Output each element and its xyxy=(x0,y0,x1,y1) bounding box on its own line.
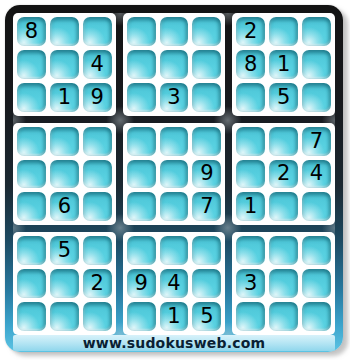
sudoku-cell-r5c4[interactable] xyxy=(127,160,156,189)
sudoku-cell-r3c2[interactable]: 1 xyxy=(50,83,79,112)
sudoku-cell-r8c5[interactable]: 4 xyxy=(160,269,189,298)
sudoku-cell-r1c9[interactable] xyxy=(302,17,331,46)
sudoku-cell-r4c5[interactable] xyxy=(160,127,189,156)
sudoku-cell-r8c6[interactable] xyxy=(192,269,221,298)
sudoku-cell-r3c4[interactable] xyxy=(127,83,156,112)
sudoku-cell-r1c6[interactable] xyxy=(192,17,221,46)
sudoku-cell-r2c9[interactable] xyxy=(302,50,331,79)
sudoku-cell-r1c3[interactable] xyxy=(83,17,112,46)
sudoku-cell-r8c8[interactable] xyxy=(269,269,298,298)
sudoku-cell-r6c5[interactable] xyxy=(160,192,189,221)
sudoku-cell-r5c5[interactable] xyxy=(160,160,189,189)
sudoku-cell-r6c6[interactable]: 7 xyxy=(192,192,221,221)
sudoku-cell-r5c7[interactable] xyxy=(236,160,265,189)
sudoku-cell-r4c6[interactable] xyxy=(192,127,221,156)
sudoku-cell-r3c7[interactable] xyxy=(236,83,265,112)
sudoku-cell-r3c3[interactable]: 9 xyxy=(83,83,112,112)
sudoku-box-1: 8419 xyxy=(13,13,116,116)
sudoku-board: 84193281569772415294153 xyxy=(13,13,335,335)
sudoku-cell-r3c1[interactable] xyxy=(17,83,46,112)
sudoku-cell-r4c7[interactable] xyxy=(236,127,265,156)
sudoku-box-3: 2815 xyxy=(232,13,335,116)
site-footer: www.sudokusweb.com xyxy=(13,335,335,351)
sudoku-cell-r3c5[interactable]: 3 xyxy=(160,83,189,112)
sudoku-box-8: 9415 xyxy=(123,232,226,335)
sudoku-cell-r1c7[interactable]: 2 xyxy=(236,17,265,46)
sudoku-cell-r4c1[interactable] xyxy=(17,127,46,156)
sudoku-cell-r7c4[interactable] xyxy=(127,236,156,265)
sudoku-cell-r8c1[interactable] xyxy=(17,269,46,298)
board-frame: 84193281569772415294153 www.sudokusweb.c… xyxy=(5,5,343,352)
sudoku-box-2: 3 xyxy=(123,13,226,116)
sudoku-cell-r2c5[interactable] xyxy=(160,50,189,79)
sudoku-cell-r8c7[interactable]: 3 xyxy=(236,269,265,298)
sudoku-cell-r6c2[interactable]: 6 xyxy=(50,192,79,221)
sudoku-cell-r2c7[interactable]: 8 xyxy=(236,50,265,79)
sudoku-cell-r3c6[interactable] xyxy=(192,83,221,112)
sudoku-box-6: 7241 xyxy=(232,123,335,226)
sudoku-cell-r6c3[interactable] xyxy=(83,192,112,221)
sudoku-cell-r3c9[interactable] xyxy=(302,83,331,112)
sudoku-cell-r4c4[interactable] xyxy=(127,127,156,156)
sudoku-cell-r3c8[interactable]: 5 xyxy=(269,83,298,112)
sudoku-cell-r9c7[interactable] xyxy=(236,302,265,331)
sudoku-cell-r5c9[interactable]: 4 xyxy=(302,160,331,189)
sudoku-box-5: 97 xyxy=(123,123,226,226)
sudoku-cell-r2c8[interactable]: 1 xyxy=(269,50,298,79)
sudoku-cell-r8c4[interactable]: 9 xyxy=(127,269,156,298)
sudoku-cell-r1c5[interactable] xyxy=(160,17,189,46)
sudoku-cell-r8c3[interactable]: 2 xyxy=(83,269,112,298)
sudoku-cell-r2c3[interactable]: 4 xyxy=(83,50,112,79)
site-url: www.sudokusweb.com xyxy=(83,335,266,351)
sudoku-cell-r5c6[interactable]: 9 xyxy=(192,160,221,189)
sudoku-box-9: 3 xyxy=(232,232,335,335)
sudoku-cell-r5c2[interactable] xyxy=(50,160,79,189)
sudoku-box-7: 52 xyxy=(13,232,116,335)
sudoku-cell-r6c9[interactable] xyxy=(302,192,331,221)
sudoku-cell-r6c1[interactable] xyxy=(17,192,46,221)
sudoku-cell-r7c7[interactable] xyxy=(236,236,265,265)
sudoku-cell-r1c2[interactable] xyxy=(50,17,79,46)
sudoku-cell-r1c8[interactable] xyxy=(269,17,298,46)
sudoku-cell-r4c2[interactable] xyxy=(50,127,79,156)
sudoku-cell-r9c1[interactable] xyxy=(17,302,46,331)
sudoku-cell-r6c7[interactable]: 1 xyxy=(236,192,265,221)
sudoku-cell-r5c8[interactable]: 2 xyxy=(269,160,298,189)
sudoku-cell-r7c5[interactable] xyxy=(160,236,189,265)
sudoku-cell-r7c1[interactable] xyxy=(17,236,46,265)
sudoku-cell-r9c6[interactable]: 5 xyxy=(192,302,221,331)
sudoku-cell-r7c8[interactable] xyxy=(269,236,298,265)
sudoku-cell-r9c9[interactable] xyxy=(302,302,331,331)
sudoku-cell-r2c6[interactable] xyxy=(192,50,221,79)
sudoku-cell-r4c3[interactable] xyxy=(83,127,112,156)
sudoku-cell-r5c3[interactable] xyxy=(83,160,112,189)
sudoku-box-4: 6 xyxy=(13,123,116,226)
sudoku-cell-r7c9[interactable] xyxy=(302,236,331,265)
sudoku-cell-r6c8[interactable] xyxy=(269,192,298,221)
sudoku-cell-r4c8[interactable] xyxy=(269,127,298,156)
sudoku-cell-r4c9[interactable]: 7 xyxy=(302,127,331,156)
sudoku-cell-r8c9[interactable] xyxy=(302,269,331,298)
sudoku-cell-r9c3[interactable] xyxy=(83,302,112,331)
sudoku-cell-r1c1[interactable]: 8 xyxy=(17,17,46,46)
sudoku-cell-r9c4[interactable] xyxy=(127,302,156,331)
sudoku-cell-r1c4[interactable] xyxy=(127,17,156,46)
sudoku-cell-r7c2[interactable]: 5 xyxy=(50,236,79,265)
sudoku-cell-r7c6[interactable] xyxy=(192,236,221,265)
sudoku-cell-r5c1[interactable] xyxy=(17,160,46,189)
sudoku-cell-r2c4[interactable] xyxy=(127,50,156,79)
sudoku-cell-r2c1[interactable] xyxy=(17,50,46,79)
sudoku-cell-r2c2[interactable] xyxy=(50,50,79,79)
sudoku-cell-r9c5[interactable]: 1 xyxy=(160,302,189,331)
sudoku-cell-r9c2[interactable] xyxy=(50,302,79,331)
sudoku-cell-r6c4[interactable] xyxy=(127,192,156,221)
sudoku-cell-r8c2[interactable] xyxy=(50,269,79,298)
sudoku-cell-r7c3[interactable] xyxy=(83,236,112,265)
sudoku-cell-r9c8[interactable] xyxy=(269,302,298,331)
